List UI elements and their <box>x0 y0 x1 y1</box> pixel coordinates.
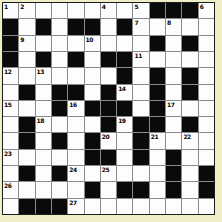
cell-r6c9[interactable] <box>133 85 148 100</box>
cell-r12c3[interactable] <box>36 182 51 197</box>
cell-r2c5 <box>68 19 83 34</box>
cell-r6c3[interactable] <box>36 85 51 100</box>
cell-r8c8[interactable]: 19 <box>117 117 132 132</box>
cell-r6c1[interactable] <box>3 85 18 100</box>
cell-r5c13[interactable] <box>199 68 214 83</box>
clue-number: 13 <box>37 68 44 75</box>
cell-r5c10 <box>150 68 165 83</box>
cell-r8c13[interactable] <box>199 117 214 132</box>
cell-r5c8 <box>117 68 132 83</box>
cell-r5c2[interactable] <box>19 68 34 83</box>
cell-r10c1[interactable]: 23 <box>3 150 18 165</box>
cell-r5c9[interactable] <box>133 68 148 83</box>
cell-r12c2[interactable] <box>19 182 34 197</box>
cell-r10c12[interactable] <box>182 150 197 165</box>
cell-r13c13[interactable] <box>199 199 214 214</box>
cell-r1c10 <box>150 3 165 18</box>
cell-r2c1 <box>3 19 18 34</box>
cell-r5c1[interactable]: 12 <box>3 68 18 83</box>
cell-r10c11 <box>166 150 181 165</box>
cell-r12c13 <box>199 182 214 197</box>
clue-number: 7 <box>134 19 138 26</box>
clue-number: 5 <box>134 3 138 10</box>
cell-r12c7[interactable] <box>101 182 116 197</box>
clue-number: 16 <box>69 101 76 108</box>
cell-r10c6 <box>85 150 100 165</box>
cell-r12c1[interactable]: 26 <box>3 182 18 197</box>
cell-r4c12[interactable] <box>182 52 197 67</box>
cell-r1c8[interactable] <box>117 3 132 18</box>
cell-r11c8[interactable] <box>117 166 132 181</box>
cell-r7c2[interactable] <box>19 101 34 116</box>
cell-r11c11 <box>166 166 181 181</box>
cell-r11c5[interactable]: 24 <box>68 166 83 181</box>
cell-r5c5[interactable] <box>68 68 83 83</box>
cell-r4c11[interactable] <box>166 52 181 67</box>
cell-r11c3[interactable] <box>36 166 51 181</box>
cell-r3c6[interactable]: 10 <box>85 36 100 51</box>
cell-r12c9 <box>133 182 148 197</box>
cell-r9c5[interactable] <box>68 133 83 148</box>
cell-r7c11[interactable]: 17 <box>166 101 181 116</box>
cell-r1c9[interactable]: 5 <box>133 3 148 18</box>
cell-r7c4 <box>52 101 67 116</box>
cell-r8c9 <box>133 117 148 132</box>
page-background: { "game": "crossword", "board": { "rows"… <box>0 0 222 222</box>
clue-number: 17 <box>167 101 174 108</box>
cell-r4c8 <box>117 52 132 67</box>
cell-r11c12[interactable] <box>182 166 197 181</box>
cell-r7c8 <box>117 101 132 116</box>
cell-r7c3[interactable] <box>36 101 51 116</box>
clue-number: 1 <box>4 3 8 10</box>
cell-r9c6 <box>85 133 100 148</box>
cell-r3c11[interactable] <box>166 36 181 51</box>
cell-r3c12 <box>182 36 197 51</box>
cell-r8c10 <box>150 117 165 132</box>
cell-r3c5[interactable] <box>68 36 83 51</box>
cell-r4c2[interactable] <box>19 52 34 67</box>
cell-r10c9 <box>133 150 148 165</box>
cell-r5c7[interactable] <box>101 68 116 83</box>
clue-number: 4 <box>102 3 106 10</box>
cell-r3c10 <box>150 36 165 51</box>
cell-r3c4[interactable] <box>52 36 67 51</box>
cell-r2c8 <box>117 19 132 34</box>
cell-r13c9[interactable] <box>133 199 148 214</box>
cell-r4c10[interactable] <box>150 52 165 67</box>
cell-r10c5[interactable] <box>68 150 83 165</box>
cell-r8c2 <box>19 117 34 132</box>
cell-r13c8[interactable] <box>117 199 132 214</box>
cell-r9c4 <box>52 133 67 148</box>
cell-r4c6[interactable] <box>85 52 100 67</box>
clue-number: 27 <box>69 199 76 206</box>
cell-r10c4[interactable] <box>52 150 67 165</box>
cell-r10c8[interactable] <box>117 150 132 165</box>
cell-r12c8 <box>117 182 132 197</box>
cell-r12c11 <box>166 182 181 197</box>
cell-r1c6[interactable] <box>85 3 100 18</box>
clue-number: 20 <box>102 133 109 140</box>
cell-r12c4[interactable] <box>52 182 67 197</box>
cell-r6c2 <box>19 85 34 100</box>
cell-r6c8[interactable]: 14 <box>117 85 132 100</box>
cell-r1c1[interactable]: 1 <box>3 3 18 18</box>
cell-r5c4[interactable] <box>52 68 67 83</box>
cell-r7c1[interactable]: 15 <box>3 101 18 116</box>
cell-r4c5 <box>68 52 83 67</box>
cell-r11c7[interactable]: 25 <box>101 166 116 181</box>
cell-r6c7 <box>101 85 116 100</box>
cell-r9c2 <box>19 133 34 148</box>
crossword-board: 1245678910111213141516171819202122232425… <box>2 2 215 215</box>
cell-r10c10[interactable] <box>150 150 165 165</box>
cell-r7c10 <box>150 101 165 116</box>
clue-number: 8 <box>167 19 171 26</box>
cell-r13c10[interactable] <box>150 199 165 214</box>
cell-r1c5[interactable] <box>68 3 83 18</box>
cell-r13c12[interactable] <box>182 199 197 214</box>
cell-r3c3[interactable] <box>36 36 51 51</box>
cell-r13c3 <box>36 199 51 214</box>
cell-r3c2[interactable]: 9 <box>19 36 34 51</box>
cell-r2c10[interactable] <box>150 19 165 34</box>
cell-r4c1 <box>3 52 18 67</box>
cell-r9c12[interactable]: 22 <box>182 133 197 148</box>
cell-r1c4[interactable] <box>52 3 67 18</box>
clue-number: 22 <box>183 133 190 140</box>
cell-r6c4 <box>52 85 67 100</box>
cell-r2c11[interactable]: 8 <box>166 19 181 34</box>
clue-number: 15 <box>4 101 11 108</box>
cell-r8c7 <box>101 117 116 132</box>
cell-r11c9[interactable] <box>133 166 148 181</box>
cell-r6c5 <box>68 85 83 100</box>
cell-r13c7[interactable] <box>101 199 116 214</box>
cell-r1c7[interactable]: 4 <box>101 3 116 18</box>
cell-r2c4[interactable] <box>52 19 67 34</box>
cell-r5c12 <box>182 68 197 83</box>
clue-number: 14 <box>118 85 125 92</box>
cell-r5c11[interactable] <box>166 68 181 83</box>
cell-r2c3 <box>36 19 51 34</box>
cell-r8c3[interactable]: 18 <box>36 117 51 132</box>
cell-r8c6[interactable] <box>85 117 100 132</box>
cell-r10c7 <box>101 150 116 165</box>
clue-number: 19 <box>118 117 125 124</box>
cell-r12c12[interactable] <box>182 182 197 197</box>
clue-number: 9 <box>20 36 24 43</box>
clue-number: 26 <box>4 182 11 189</box>
cell-r11c10[interactable] <box>150 166 165 181</box>
cell-r8c4[interactable] <box>52 117 67 132</box>
cell-r9c13[interactable] <box>199 133 214 148</box>
cell-r7c6 <box>85 101 100 116</box>
cell-r10c3[interactable] <box>36 150 51 165</box>
cell-r2c12[interactable] <box>182 19 197 34</box>
clue-number: 11 <box>134 52 141 59</box>
clue-number: 12 <box>4 68 11 75</box>
cell-r2c13[interactable] <box>199 19 214 34</box>
cell-r11c2 <box>19 166 34 181</box>
cell-r1c12 <box>182 3 197 18</box>
cell-r10c2[interactable] <box>19 150 34 165</box>
cell-r12c10[interactable] <box>150 182 165 197</box>
cell-r6c12 <box>182 85 197 100</box>
cell-r11c4 <box>52 166 67 181</box>
cell-r10c13[interactable] <box>199 150 214 165</box>
cell-r9c7[interactable]: 20 <box>101 133 116 148</box>
cell-r2c9[interactable]: 7 <box>133 19 148 34</box>
cell-r11c1[interactable] <box>3 166 18 181</box>
cell-r3c9[interactable] <box>133 36 148 51</box>
cell-r5c6[interactable] <box>85 68 100 83</box>
cell-r4c9[interactable]: 11 <box>133 52 148 67</box>
cell-r9c11[interactable] <box>166 133 181 148</box>
cell-r13c1[interactable] <box>3 199 18 214</box>
cell-r9c10[interactable]: 21 <box>150 133 165 148</box>
cell-r8c5[interactable] <box>68 117 83 132</box>
cell-r6c10 <box>150 85 165 100</box>
cell-r1c11 <box>166 3 181 18</box>
cell-r2c7[interactable] <box>101 19 116 34</box>
cell-r6c6[interactable] <box>85 85 100 100</box>
cell-r1c13[interactable]: 6 <box>199 3 214 18</box>
cell-r3c1 <box>3 36 18 51</box>
cell-r13c11[interactable] <box>166 199 181 214</box>
clue-number: 6 <box>200 3 204 10</box>
cell-r7c12[interactable] <box>182 101 197 116</box>
cell-r13c6[interactable] <box>85 199 100 214</box>
clue-number: 10 <box>86 36 93 43</box>
cell-r3c7[interactable] <box>101 36 116 51</box>
clue-number: 25 <box>102 166 109 173</box>
cell-r7c5[interactable]: 16 <box>68 101 83 116</box>
cell-r13c2 <box>19 199 34 214</box>
clue-number: 21 <box>151 133 158 140</box>
cell-r7c7 <box>101 101 116 116</box>
cell-r11c13 <box>199 166 214 181</box>
cell-r9c3[interactable] <box>36 133 51 148</box>
cell-r8c11[interactable] <box>166 117 181 132</box>
cell-r5c3[interactable]: 13 <box>36 68 51 83</box>
cell-r6c13[interactable] <box>199 85 214 100</box>
cell-r13c5[interactable]: 27 <box>68 199 83 214</box>
cell-r9c8[interactable] <box>117 133 132 148</box>
clue-number: 2 <box>20 3 24 10</box>
cell-r1c3[interactable] <box>36 3 51 18</box>
cell-r9c9 <box>133 133 148 148</box>
clue-number: 18 <box>37 117 44 124</box>
cell-r6c11[interactable] <box>166 85 181 100</box>
cell-r7c13[interactable] <box>199 101 214 116</box>
cell-r3c8[interactable] <box>117 36 132 51</box>
cell-r11c6[interactable] <box>85 166 100 181</box>
cell-r4c7 <box>101 52 116 67</box>
cell-r1c2[interactable]: 2 <box>19 3 34 18</box>
cell-r3c13[interactable] <box>199 36 214 51</box>
cell-r12c6 <box>85 182 100 197</box>
cell-r4c3 <box>36 52 51 67</box>
cell-r7c9[interactable] <box>133 101 148 116</box>
cell-r8c1[interactable] <box>3 117 18 132</box>
clue-number: 24 <box>69 166 76 173</box>
cell-r4c13[interactable] <box>199 52 214 67</box>
cell-r12c5[interactable] <box>68 182 83 197</box>
cell-r4c4[interactable] <box>52 52 67 67</box>
cell-r2c6 <box>85 19 100 34</box>
cell-r9c1[interactable] <box>3 133 18 148</box>
cell-r13c4 <box>52 199 67 214</box>
clue-number: 23 <box>4 150 11 157</box>
cell-r8c12 <box>182 117 197 132</box>
cell-r2c2[interactable] <box>19 19 34 34</box>
